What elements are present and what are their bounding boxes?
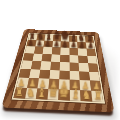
board-grid: ♜♞♝♛♚♝♞♜♟♟♟♟♟♟♟♟♟♟♟♟♟♟♟♟♜♞♝♛♚♝♞♜: [11, 33, 105, 104]
square-h1[interactable]: ♜: [91, 90, 103, 101]
square-e6[interactable]: [60, 48, 69, 55]
piece-white-bishop[interactable]: ♝: [37, 86, 47, 100]
piece-black-pawn[interactable]: ♟: [36, 39, 42, 47]
square-h5[interactable]: [87, 56, 97, 64]
square-d1[interactable]: ♛: [47, 89, 59, 100]
square-g1[interactable]: ♞: [80, 90, 92, 101]
square-c1[interactable]: ♝: [36, 88, 48, 99]
piece-white-king[interactable]: ♚: [58, 85, 70, 101]
piece-black-pawn[interactable]: ♟: [79, 40, 85, 48]
piece-black-pawn[interactable]: ♟: [45, 39, 51, 47]
square-h7[interactable]: ♟: [86, 42, 95, 49]
square-f7[interactable]: ♟: [69, 42, 78, 49]
piece-white-knight[interactable]: ♞: [82, 89, 92, 102]
square-e5[interactable]: [60, 54, 69, 62]
square-d6[interactable]: [51, 47, 60, 54]
chess-set-photo: ♜♞♝♛♚♝♞♜♟♟♟♟♟♟♟♟♟♟♟♟♟♟♟♟♜♞♝♛♚♝♞♜: [0, 0, 120, 120]
square-f1[interactable]: ♝: [69, 90, 80, 101]
piece-white-rook[interactable]: ♜: [93, 90, 102, 102]
piece-white-queen[interactable]: ♛: [48, 85, 59, 100]
piece-black-pawn[interactable]: ♟: [53, 39, 59, 47]
piece-white-rook[interactable]: ♜: [15, 87, 24, 99]
piece-black-pawn[interactable]: ♟: [28, 38, 34, 46]
piece-black-pawn[interactable]: ♟: [62, 40, 68, 48]
piece-black-pawn[interactable]: ♟: [71, 40, 77, 48]
square-e1[interactable]: ♚: [58, 89, 69, 100]
piece-black-pawn[interactable]: ♟: [88, 41, 94, 49]
piece-white-bishop[interactable]: ♝: [70, 87, 80, 101]
piece-white-knight[interactable]: ♞: [26, 86, 36, 99]
square-c5[interactable]: [41, 54, 51, 62]
square-d5[interactable]: [51, 54, 61, 62]
square-d7[interactable]: ♟: [52, 41, 61, 48]
